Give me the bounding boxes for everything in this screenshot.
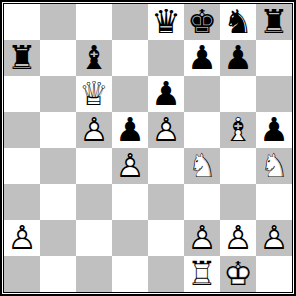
square-b6[interactable]	[40, 76, 76, 112]
white-pawn-piece: ♟♙	[4, 220, 40, 256]
white-pawn-piece: ♟♙	[148, 112, 184, 148]
square-e1[interactable]	[148, 256, 184, 292]
square-b2[interactable]	[40, 220, 76, 256]
square-c3[interactable]	[76, 184, 112, 220]
piece-glyph: ♙	[184, 220, 220, 256]
black-pawn-piece: ♟	[184, 40, 220, 76]
square-d3[interactable]	[112, 184, 148, 220]
piece-glyph: ♘	[256, 148, 292, 184]
piece-glyph: ♜	[256, 4, 292, 40]
piece-glyph: ♔	[220, 256, 256, 292]
square-b7[interactable]	[40, 40, 76, 76]
white-queen-piece: ♛♕	[76, 76, 112, 112]
square-c1[interactable]	[76, 256, 112, 292]
piece-glyph: ♟	[148, 76, 184, 112]
black-pawn-piece: ♟	[220, 40, 256, 76]
piece-glyph: ♖	[184, 256, 220, 292]
black-bishop-piece: ♝	[76, 40, 112, 76]
square-c4[interactable]	[76, 148, 112, 184]
square-e7[interactable]	[148, 40, 184, 76]
piece-glyph: ♘	[184, 148, 220, 184]
piece-glyph: ♙	[256, 220, 292, 256]
piece-glyph: ♞	[220, 4, 256, 40]
square-d5[interactable]: ♟	[112, 112, 148, 148]
square-h7[interactable]	[256, 40, 292, 76]
white-rook-piece: ♜♖	[184, 256, 220, 292]
board-frame-inner: ♛♚♞♜♜♝♟♟♛♕♟♟♙♟♟♙♝♗♟♟♙♞♘♞♘♟♙♟♙♟♙♟♙♜♖♚♔	[3, 3, 293, 293]
white-pawn-piece: ♟♙	[112, 148, 148, 184]
piece-glyph: ♙	[76, 112, 112, 148]
white-knight-piece: ♞♘	[256, 148, 292, 184]
square-a3[interactable]	[4, 184, 40, 220]
chessboard: ♛♚♞♜♜♝♟♟♛♕♟♟♙♟♟♙♝♗♟♟♙♞♘♞♘♟♙♟♙♟♙♟♙♜♖♚♔	[4, 4, 292, 292]
piece-glyph: ♙	[112, 148, 148, 184]
square-b8[interactable]	[40, 4, 76, 40]
piece-glyph: ♟	[256, 112, 292, 148]
piece-glyph: ♝	[76, 40, 112, 76]
square-a2[interactable]: ♟♙	[4, 220, 40, 256]
square-a4[interactable]	[4, 148, 40, 184]
square-f7[interactable]: ♟	[184, 40, 220, 76]
square-g5[interactable]: ♝♗	[220, 112, 256, 148]
square-d6[interactable]	[112, 76, 148, 112]
white-pawn-piece: ♟♙	[220, 220, 256, 256]
square-f3[interactable]	[184, 184, 220, 220]
black-knight-piece: ♞	[220, 4, 256, 40]
square-d1[interactable]	[112, 256, 148, 292]
white-king-piece: ♚♔	[220, 256, 256, 292]
square-f5[interactable]	[184, 112, 220, 148]
square-c2[interactable]	[76, 220, 112, 256]
black-pawn-piece: ♟	[112, 112, 148, 148]
square-h6[interactable]	[256, 76, 292, 112]
piece-glyph: ♟	[112, 112, 148, 148]
square-g7[interactable]: ♟	[220, 40, 256, 76]
white-pawn-piece: ♟♙	[184, 220, 220, 256]
black-queen-piece: ♛	[148, 4, 184, 40]
piece-glyph: ♚	[184, 4, 220, 40]
square-h8[interactable]: ♜	[256, 4, 292, 40]
square-d7[interactable]	[112, 40, 148, 76]
black-rook-piece: ♜	[4, 40, 40, 76]
square-a1[interactable]	[4, 256, 40, 292]
square-h4[interactable]: ♞♘	[256, 148, 292, 184]
square-c5[interactable]: ♟♙	[76, 112, 112, 148]
square-b1[interactable]	[40, 256, 76, 292]
square-e6[interactable]: ♟	[148, 76, 184, 112]
square-f8[interactable]: ♚	[184, 4, 220, 40]
piece-glyph: ♙	[148, 112, 184, 148]
piece-glyph: ♙	[4, 220, 40, 256]
square-a7[interactable]: ♜	[4, 40, 40, 76]
square-b3[interactable]	[40, 184, 76, 220]
white-pawn-piece: ♟♙	[256, 220, 292, 256]
square-f1[interactable]: ♜♖	[184, 256, 220, 292]
square-h1[interactable]	[256, 256, 292, 292]
square-a8[interactable]	[4, 4, 40, 40]
square-f2[interactable]: ♟♙	[184, 220, 220, 256]
square-g2[interactable]: ♟♙	[220, 220, 256, 256]
square-e3[interactable]	[148, 184, 184, 220]
square-g4[interactable]	[220, 148, 256, 184]
piece-glyph: ♗	[220, 112, 256, 148]
square-e8[interactable]: ♛	[148, 4, 184, 40]
square-g3[interactable]	[220, 184, 256, 220]
square-g6[interactable]	[220, 76, 256, 112]
white-bishop-piece: ♝♗	[220, 112, 256, 148]
square-e4[interactable]	[148, 148, 184, 184]
square-c8[interactable]	[76, 4, 112, 40]
square-b4[interactable]	[40, 148, 76, 184]
piece-glyph: ♕	[76, 76, 112, 112]
piece-glyph: ♜	[4, 40, 40, 76]
square-h2[interactable]: ♟♙	[256, 220, 292, 256]
piece-glyph: ♛	[148, 4, 184, 40]
white-pawn-piece: ♟♙	[76, 112, 112, 148]
piece-glyph: ♟	[184, 40, 220, 76]
square-e2[interactable]	[148, 220, 184, 256]
square-g8[interactable]: ♞	[220, 4, 256, 40]
black-pawn-piece: ♟	[148, 76, 184, 112]
square-b5[interactable]	[40, 112, 76, 148]
piece-glyph: ♟	[220, 40, 256, 76]
square-d8[interactable]	[112, 4, 148, 40]
square-g1[interactable]: ♚♔	[220, 256, 256, 292]
square-a6[interactable]	[4, 76, 40, 112]
black-rook-piece: ♜	[256, 4, 292, 40]
square-h5[interactable]: ♟	[256, 112, 292, 148]
square-d4[interactable]: ♟♙	[112, 148, 148, 184]
black-pawn-piece: ♟	[256, 112, 292, 148]
square-f6[interactable]	[184, 76, 220, 112]
piece-glyph: ♙	[220, 220, 256, 256]
black-king-piece: ♚	[184, 4, 220, 40]
square-c6[interactable]: ♛♕	[76, 76, 112, 112]
square-a5[interactable]	[4, 112, 40, 148]
board-frame-outer: ♛♚♞♜♜♝♟♟♛♕♟♟♙♟♟♙♝♗♟♟♙♞♘♞♘♟♙♟♙♟♙♟♙♜♖♚♔	[0, 0, 296, 296]
square-e5[interactable]: ♟♙	[148, 112, 184, 148]
square-f4[interactable]: ♞♘	[184, 148, 220, 184]
square-h3[interactable]	[256, 184, 292, 220]
square-c7[interactable]: ♝	[76, 40, 112, 76]
white-knight-piece: ♞♘	[184, 148, 220, 184]
square-d2[interactable]	[112, 220, 148, 256]
